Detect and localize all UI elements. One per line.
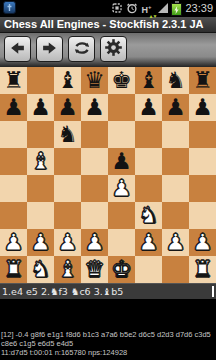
square-h4[interactable] [189,175,216,202]
black-pawn: ♟ [192,96,213,119]
square-b8[interactable] [27,67,54,94]
black-bishop: ♝ [138,69,159,92]
square-c8[interactable]: ♝ [54,67,81,94]
square-d1[interactable]: ♛ [81,256,108,283]
white-rook: ♜ [192,258,213,281]
white-pawn: ♟ [138,231,159,254]
android-status-bar: H+▲▼ 23:39 [0,0,216,17]
square-c5[interactable] [54,148,81,175]
square-a4[interactable] [0,175,27,202]
square-f3[interactable]: ♞ [135,202,162,229]
flip-board-button[interactable] [68,36,95,62]
square-f6[interactable] [135,121,162,148]
black-rook: ♜ [3,69,24,92]
square-h3[interactable] [189,202,216,229]
square-b5[interactable]: ♝ [27,148,54,175]
square-a1[interactable]: ♜ [0,256,27,283]
square-e1[interactable]: ♚ [108,256,135,283]
black-knight: ♞ [165,69,186,92]
square-g8[interactable]: ♞ [162,67,189,94]
engine-stats-line: 11:d7d5 t:00:01 n:165780 nps:124928 [1,348,215,357]
square-a7[interactable]: ♟ [0,94,27,121]
square-d4[interactable] [81,175,108,202]
square-c1[interactable]: ♝ [54,256,81,283]
white-pawn: ♟ [84,231,105,254]
black-pawn: ♟ [57,96,78,119]
back-button[interactable] [4,36,31,62]
square-f4[interactable] [135,175,162,202]
square-f5[interactable] [135,148,162,175]
toolbar [0,33,216,67]
square-g5[interactable] [162,148,189,175]
square-h7[interactable]: ♟ [189,94,216,121]
square-b4[interactable] [27,175,54,202]
square-c6[interactable]: ♞ [54,121,81,148]
square-a5[interactable] [0,148,27,175]
white-rook: ♜ [3,258,24,281]
black-pawn: ♟ [111,150,132,173]
square-d7[interactable]: ♟ [81,94,108,121]
square-d5[interactable] [81,148,108,175]
forward-button[interactable] [36,36,63,62]
black-pawn: ♟ [165,96,186,119]
square-h2[interactable]: ♟ [189,229,216,256]
square-c2[interactable]: ♟ [54,229,81,256]
square-d3[interactable] [81,202,108,229]
square-g2[interactable]: ♟ [162,229,189,256]
square-f8[interactable]: ♝ [135,67,162,94]
move-list-bar[interactable]: 1.e4 e5 2.♞f3 ♞c6 3.♝b5 [0,283,216,299]
square-g7[interactable]: ♟ [162,94,189,121]
black-queen: ♛ [84,69,105,92]
back-arrow-icon [8,39,27,60]
engine-output-panel: [12] -0.4 g8f6 e1g1 f8d6 b1c3 a7a6 b5e2 … [0,299,216,360]
app-window: H+▲▼ 23:39 Chess All Engines - Stockfish… [0,0,216,360]
square-g3[interactable] [162,202,189,229]
white-pawn: ♟ [165,231,186,254]
square-b3[interactable] [27,202,54,229]
square-b6[interactable] [27,121,54,148]
move-list-text: 1.e4 e5 2.♞f3 ♞c6 3.♝b5 [2,286,123,297]
square-h5[interactable] [189,148,216,175]
black-bishop: ♝ [57,69,78,92]
square-b7[interactable]: ♟ [27,94,54,121]
title-bar: Chess All Engines - Stockfish 2.3.1 JA [0,17,216,33]
black-rook: ♜ [192,69,213,92]
white-knight: ♞ [138,204,159,227]
square-d2[interactable]: ♟ [81,229,108,256]
square-g4[interactable] [162,175,189,202]
square-d6[interactable] [81,121,108,148]
square-f2[interactable]: ♟ [135,229,162,256]
square-h1[interactable]: ♜ [189,256,216,283]
white-pawn: ♟ [30,231,51,254]
square-h8[interactable]: ♜ [189,67,216,94]
black-pawn: ♟ [84,96,105,119]
settings-button[interactable] [100,36,127,62]
white-pawn: ♟ [3,231,24,254]
square-e4[interactable]: ♟ [108,175,135,202]
square-a8[interactable]: ♜ [0,67,27,94]
chess-board: ♜♝♛♚♝♞♜♟♟♟♟♟♟♟♞♝♟♟♞♟♟♟♟♟♟♟♜♞♝♛♚♜ [0,67,216,283]
square-e6[interactable] [108,121,135,148]
white-pawn: ♟ [57,231,78,254]
white-knight: ♞ [30,258,51,281]
square-c4[interactable] [54,175,81,202]
square-h6[interactable] [189,121,216,148]
square-c3[interactable] [54,202,81,229]
square-b1[interactable]: ♞ [27,256,54,283]
white-king: ♚ [111,258,132,281]
square-a2[interactable]: ♟ [0,229,27,256]
battery-icon [171,1,182,16]
white-bishop: ♝ [30,150,51,173]
forward-arrow-icon [40,39,59,60]
black-pawn: ♟ [138,96,159,119]
black-knight: ♞ [57,123,78,146]
alarm-icon [126,0,138,18]
flip-board-icon [72,39,92,60]
square-a3[interactable] [0,202,27,229]
square-g6[interactable] [162,121,189,148]
square-e2[interactable] [108,229,135,256]
black-pawn: ♟ [3,96,24,119]
white-pawn: ♟ [111,177,132,200]
hplus-network-icon: H+▲▼ [141,2,155,15]
white-queen: ♛ [84,258,105,281]
square-f7[interactable]: ♟ [135,94,162,121]
square-b2[interactable]: ♟ [27,229,54,256]
white-bishop: ♝ [57,258,78,281]
clock-text: 23:39 [185,0,213,17]
move-list-cursor [212,286,214,297]
signal-icon [158,3,168,13]
square-c7[interactable]: ♟ [54,94,81,121]
square-e7[interactable] [108,94,135,121]
square-d8[interactable]: ♛ [81,67,108,94]
black-pawn: ♟ [30,96,51,119]
square-e8[interactable]: ♚ [108,67,135,94]
square-e5[interactable]: ♟ [108,148,135,175]
app-title: Chess All Engines - Stockfish 2.3.1 JA [4,18,204,30]
gear-icon [104,38,123,60]
square-g1[interactable] [162,256,189,283]
app-notification-icon [3,0,16,18]
engine-pv-line: [12] -0.4 g8f6 e1g1 f8d6 b1c3 a7a6 b5e2 … [1,330,215,348]
square-e3[interactable] [108,202,135,229]
chip-icon [111,0,123,18]
black-king: ♚ [111,69,132,92]
white-pawn: ♟ [192,231,213,254]
square-f1[interactable] [135,256,162,283]
square-a6[interactable] [0,121,27,148]
